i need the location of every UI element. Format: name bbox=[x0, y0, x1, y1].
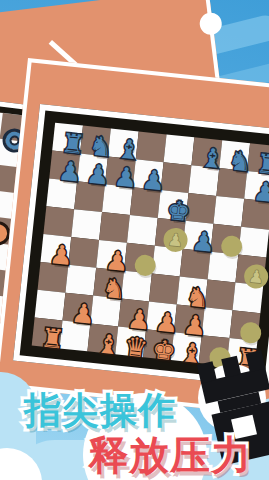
chess-piece-orange-n[interactable]: ♞ bbox=[182, 282, 213, 313]
main-chess-board[interactable]: ♟♟♜♞♝♝♞♜♟♟♟♟♟♚♟♟♟♞♞♟♟♟♟♜♝♛♚♝♜ bbox=[13, 104, 269, 388]
chess-piece-blue-k[interactable]: ♚ bbox=[163, 196, 194, 227]
chess-piece-blue-n[interactable]: ♞ bbox=[225, 146, 256, 177]
chess-piece-orange-p[interactable]: ♟ bbox=[151, 307, 182, 338]
chess-piece-blue-n[interactable]: ♞ bbox=[85, 131, 116, 162]
chess-piece-orange-p[interactable]: ♟ bbox=[124, 304, 155, 335]
chess-piece-orange-b[interactable]: ♝ bbox=[93, 329, 124, 360]
chess-piece-orange-p[interactable]: ♟ bbox=[46, 240, 77, 271]
board-square[interactable] bbox=[238, 227, 269, 258]
board-square[interactable] bbox=[35, 290, 66, 321]
chess-piece-orange-p[interactable]: ♟ bbox=[102, 246, 133, 277]
board-square[interactable] bbox=[127, 215, 158, 246]
chess-piece-orange-p[interactable]: ♟ bbox=[179, 310, 210, 341]
tagline-line2: 释放压力 bbox=[88, 428, 252, 480]
chess-piece-blue-p[interactable]: ♟ bbox=[188, 226, 219, 257]
chess-piece-orange-k[interactable]: ♚ bbox=[149, 335, 180, 366]
chess-piece-blue-r[interactable]: ♜ bbox=[58, 128, 89, 159]
chess-piece-blue-p[interactable]: ♟ bbox=[138, 165, 169, 196]
board-square[interactable] bbox=[71, 209, 102, 240]
chess-piece-orange-p[interactable]: ♟ bbox=[68, 298, 99, 329]
board-square[interactable] bbox=[149, 274, 180, 305]
chess-piece-blue-p[interactable]: ♟ bbox=[250, 177, 269, 208]
chess-piece-blue-b[interactable]: ♝ bbox=[197, 143, 228, 174]
board-square[interactable] bbox=[43, 206, 74, 237]
board-square[interactable] bbox=[99, 212, 130, 243]
board-square[interactable] bbox=[213, 196, 244, 227]
app-screenshot: ♟♟♜♞♝♝♞♜♟♟♟♟♟♚♟♟♟♞♞♟♟♟♟♜♝♛♚♝♜ 指尖操作 释放压力 bbox=[0, 0, 269, 480]
chess-piece-blue-p[interactable]: ♟ bbox=[55, 156, 86, 187]
chess-piece-orange-r[interactable]: ♜ bbox=[37, 323, 68, 354]
chess-piece-blue-p[interactable]: ♟ bbox=[110, 162, 141, 193]
chess-piece-blue-b[interactable]: ♝ bbox=[113, 134, 144, 165]
chess-piece-orange-q[interactable]: ♛ bbox=[121, 332, 152, 363]
board-square[interactable] bbox=[164, 134, 195, 165]
chess-piece-blue-p[interactable]: ♟ bbox=[83, 159, 114, 190]
chess-piece-orange-n[interactable]: ♞ bbox=[99, 273, 130, 304]
